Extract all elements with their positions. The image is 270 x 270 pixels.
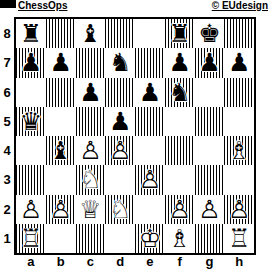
square-g2[interactable]: ♟♙ xyxy=(195,195,225,224)
square-d7[interactable]: ♞♞ xyxy=(105,48,135,77)
piece-glyph: ♖ xyxy=(224,224,254,253)
piece-glyph: ♙ xyxy=(16,195,46,224)
rank-label-4: 4 xyxy=(0,136,14,165)
square-b3[interactable] xyxy=(46,165,76,194)
white-bishop-f1[interactable]: ♝♗ xyxy=(165,224,195,253)
white-pawn-e3[interactable]: ♟♙ xyxy=(135,165,165,194)
piece-glyph: ♝ xyxy=(46,136,76,165)
square-g1[interactable] xyxy=(195,224,225,253)
square-g4[interactable] xyxy=(195,136,225,165)
square-e2[interactable] xyxy=(135,195,165,224)
square-b4[interactable]: ♝♝ xyxy=(46,136,76,165)
file-label-b: b xyxy=(46,254,76,269)
piece-glyph: ♘ xyxy=(76,165,106,194)
piece-glyph: ♗ xyxy=(165,224,195,253)
square-b2[interactable]: ♟♙ xyxy=(46,195,76,224)
black-knight-d7[interactable]: ♞♞ xyxy=(105,48,135,77)
piece-glyph: ♟ xyxy=(46,48,76,77)
square-h5[interactable] xyxy=(224,107,254,136)
piece-glyph: ♞ xyxy=(165,78,195,107)
square-g3[interactable] xyxy=(195,165,225,194)
piece-glyph: ♕ xyxy=(76,195,106,224)
piece-glyph: ♙ xyxy=(165,195,195,224)
file-label-d: d xyxy=(105,254,135,269)
square-c6[interactable]: ♟♟ xyxy=(76,78,106,107)
square-h6[interactable] xyxy=(224,78,254,107)
square-e4[interactable] xyxy=(135,136,165,165)
black-pawn-e6[interactable]: ♟♟ xyxy=(135,78,165,107)
square-g5[interactable] xyxy=(195,107,225,136)
piece-glyph: ♟ xyxy=(16,48,46,77)
square-a3[interactable] xyxy=(16,165,46,194)
white-pawn-d4[interactable]: ♟♙ xyxy=(105,136,135,165)
file-label-g: g xyxy=(195,254,225,269)
piece-glyph: ♜ xyxy=(165,19,195,48)
square-e7[interactable] xyxy=(135,48,165,77)
piece-glyph: ♔ xyxy=(135,224,165,253)
file-label-f: f xyxy=(165,254,195,269)
black-pawn-f7[interactable]: ♟♟ xyxy=(165,48,195,77)
square-g7[interactable]: ♟♟ xyxy=(195,48,225,77)
rank-label-6: 6 xyxy=(0,78,14,107)
square-d1[interactable] xyxy=(105,224,135,253)
square-c2[interactable]: ♛♕ xyxy=(76,195,106,224)
piece-glyph: ♗ xyxy=(224,136,254,165)
piece-glyph: ♙ xyxy=(195,195,225,224)
piece-glyph: ♟ xyxy=(165,48,195,77)
square-b5[interactable] xyxy=(46,107,76,136)
white-pawn-c4[interactable]: ♟♙ xyxy=(76,136,106,165)
square-c7[interactable] xyxy=(76,48,106,77)
black-king-g8[interactable]: ♚♚ xyxy=(195,19,225,48)
rank-labels: 87654321 xyxy=(0,19,14,253)
black-bishop-c8[interactable]: ♝♝ xyxy=(76,19,106,48)
square-d8[interactable] xyxy=(105,19,135,48)
white-pawn-h2[interactable]: ♟♙ xyxy=(224,195,254,224)
square-h8[interactable] xyxy=(224,19,254,48)
piece-glyph: ♙ xyxy=(135,165,165,194)
square-c5[interactable] xyxy=(76,107,106,136)
square-h3[interactable] xyxy=(224,165,254,194)
file-label-a: a xyxy=(16,254,46,269)
piece-glyph: ♟ xyxy=(195,48,225,77)
black-pawn-c6[interactable]: ♟♟ xyxy=(76,78,106,107)
piece-glyph: ♙ xyxy=(224,195,254,224)
square-e1[interactable]: ♚♔ xyxy=(135,224,165,253)
square-e5[interactable] xyxy=(135,107,165,136)
white-pawn-g2[interactable]: ♟♙ xyxy=(195,195,225,224)
square-a5[interactable]: ♛♛ xyxy=(16,107,46,136)
square-b1[interactable] xyxy=(46,224,76,253)
square-h1[interactable]: ♜♖ xyxy=(224,224,254,253)
file-labels: abcdefgh xyxy=(16,254,254,269)
square-d6[interactable] xyxy=(105,78,135,107)
piece-glyph: ♖ xyxy=(16,224,46,253)
file-label-e: e xyxy=(135,254,165,269)
piece-glyph: ♙ xyxy=(76,136,106,165)
piece-glyph: ♙ xyxy=(46,195,76,224)
square-a6[interactable] xyxy=(16,78,46,107)
piece-glyph: ♜ xyxy=(16,19,46,48)
square-f4[interactable] xyxy=(165,136,195,165)
black-pawn-b7[interactable]: ♟♟ xyxy=(46,48,76,77)
chess-board: ♜♜♝♝♜♜♚♚♟♟♟♟♞♞♟♟♟♟♟♟♟♟♟♟♞♞♛♛♟♟♝♝♟♙♟♙♝♗♞♘… xyxy=(16,19,254,253)
app-title-link[interactable]: ChessOps xyxy=(18,0,67,12)
square-f1[interactable]: ♝♗ xyxy=(165,224,195,253)
piece-glyph: ♝ xyxy=(76,19,106,48)
square-a2[interactable]: ♟♙ xyxy=(16,195,46,224)
square-f2[interactable]: ♟♙ xyxy=(165,195,195,224)
black-rook-f8[interactable]: ♜♜ xyxy=(165,19,195,48)
piece-glyph: ♟ xyxy=(135,78,165,107)
piece-glyph: ♟ xyxy=(105,107,135,136)
window-corner-mark xyxy=(0,0,16,8)
white-knight-c3[interactable]: ♞♘ xyxy=(76,165,106,194)
square-h7[interactable]: ♟♟ xyxy=(224,48,254,77)
square-e3[interactable]: ♟♙ xyxy=(135,165,165,194)
square-g8[interactable]: ♚♚ xyxy=(195,19,225,48)
white-pawn-b2[interactable]: ♟♙ xyxy=(46,195,76,224)
square-c1[interactable] xyxy=(76,224,106,253)
square-e8[interactable] xyxy=(135,19,165,48)
square-f8[interactable]: ♜♜ xyxy=(165,19,195,48)
square-a7[interactable]: ♟♟ xyxy=(16,48,46,77)
piece-glyph: ♞ xyxy=(105,48,135,77)
square-h4[interactable]: ♝♗ xyxy=(224,136,254,165)
square-d2[interactable]: ♞♘ xyxy=(105,195,135,224)
square-d4[interactable]: ♟♙ xyxy=(105,136,135,165)
rank-label-1: 1 xyxy=(0,224,14,253)
white-knight-d2[interactable]: ♞♘ xyxy=(105,195,135,224)
square-h2[interactable]: ♟♙ xyxy=(224,195,254,224)
square-c4[interactable]: ♟♙ xyxy=(76,136,106,165)
piece-glyph: ♙ xyxy=(105,136,135,165)
white-king-e1[interactable]: ♚♔ xyxy=(135,224,165,253)
chess-board-frame: ♜♜♝♝♜♜♚♚♟♟♟♟♞♞♟♟♟♟♟♟♟♟♟♟♞♞♛♛♟♟♝♝♟♙♟♙♝♗♞♘… xyxy=(14,17,256,255)
piece-glyph: ♘ xyxy=(105,195,135,224)
black-knight-f6[interactable]: ♞♞ xyxy=(165,78,195,107)
black-rook-a8[interactable]: ♜♜ xyxy=(16,19,46,48)
square-f7[interactable]: ♟♟ xyxy=(165,48,195,77)
piece-glyph: ♚ xyxy=(195,19,225,48)
black-pawn-d5[interactable]: ♟♟ xyxy=(105,107,135,136)
square-a4[interactable] xyxy=(16,136,46,165)
square-f3[interactable] xyxy=(165,165,195,194)
square-d5[interactable]: ♟♟ xyxy=(105,107,135,136)
square-d3[interactable] xyxy=(105,165,135,194)
white-pawn-f2[interactable]: ♟♙ xyxy=(165,195,195,224)
rank-label-5: 5 xyxy=(0,107,14,136)
square-b7[interactable]: ♟♟ xyxy=(46,48,76,77)
file-label-c: c xyxy=(76,254,106,269)
rank-label-3: 3 xyxy=(0,165,14,194)
black-pawn-g7[interactable]: ♟♟ xyxy=(195,48,225,77)
square-g6[interactable] xyxy=(195,78,225,107)
piece-glyph: ♟ xyxy=(224,48,254,77)
rank-label-8: 8 xyxy=(0,19,14,48)
square-b8[interactable] xyxy=(46,19,76,48)
square-c8[interactable]: ♝♝ xyxy=(76,19,106,48)
black-pawn-a7[interactable]: ♟♟ xyxy=(16,48,46,77)
white-pawn-a2[interactable]: ♟♙ xyxy=(16,195,46,224)
square-f5[interactable] xyxy=(165,107,195,136)
white-bishop-h4[interactable]: ♝♗ xyxy=(224,136,254,165)
white-rook-a1[interactable]: ♜♖ xyxy=(16,224,46,253)
credit-link[interactable]: © EUdesign xyxy=(212,0,268,12)
black-bishop-b4[interactable]: ♝♝ xyxy=(46,136,76,165)
rank-label-2: 2 xyxy=(0,195,14,224)
square-b6[interactable] xyxy=(46,78,76,107)
white-rook-h1[interactable]: ♜♖ xyxy=(224,224,254,253)
square-a1[interactable]: ♜♖ xyxy=(16,224,46,253)
piece-glyph: ♟ xyxy=(76,78,106,107)
piece-glyph: ♛ xyxy=(16,107,46,136)
rank-label-7: 7 xyxy=(0,48,14,77)
black-pawn-h7[interactable]: ♟♟ xyxy=(224,48,254,77)
square-f6[interactable]: ♞♞ xyxy=(165,78,195,107)
square-a8[interactable]: ♜♜ xyxy=(16,19,46,48)
file-label-h: h xyxy=(224,254,254,269)
square-e6[interactable]: ♟♟ xyxy=(135,78,165,107)
black-queen-a5[interactable]: ♛♛ xyxy=(16,107,46,136)
white-queen-c2[interactable]: ♛♕ xyxy=(76,195,106,224)
square-c3[interactable]: ♞♘ xyxy=(76,165,106,194)
